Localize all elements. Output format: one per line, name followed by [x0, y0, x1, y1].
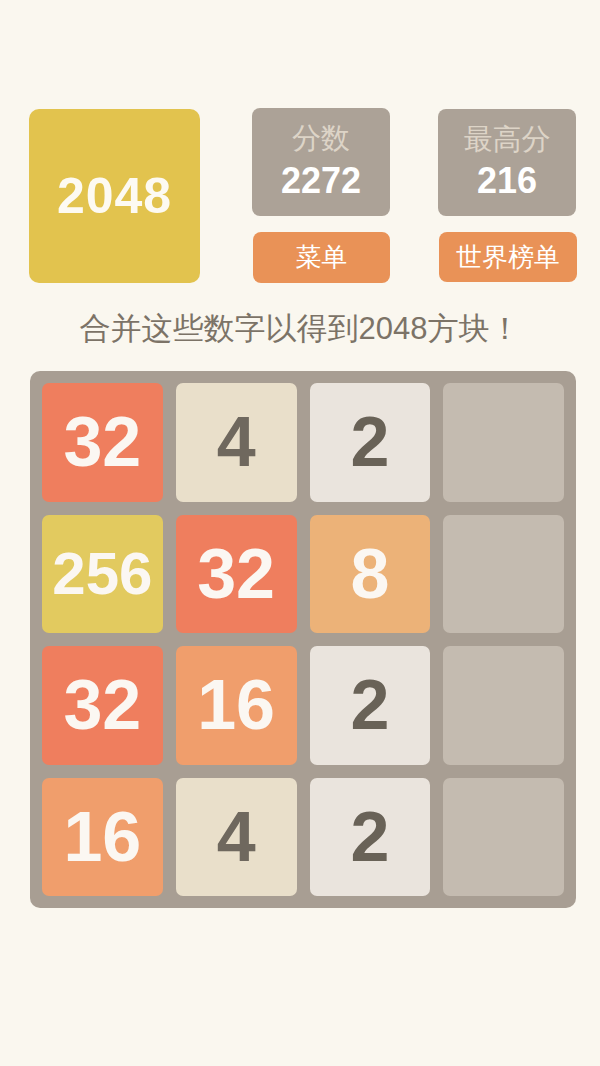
best-score-box: 最高分 216 [438, 109, 576, 216]
score-box: 分数 2272 [252, 108, 390, 216]
tile-16: 16 [176, 646, 297, 765]
tile-8: 8 [310, 515, 431, 634]
tile-2: 2 [310, 383, 431, 502]
empty-cell [443, 515, 564, 634]
empty-cell [443, 778, 564, 897]
best-score-value: 216 [477, 159, 537, 202]
tile-16: 16 [42, 778, 163, 897]
tile-32: 32 [176, 515, 297, 634]
game-board[interactable]: 3242256328321621642 [30, 371, 576, 908]
score-value: 2272 [281, 159, 361, 202]
tile-2: 2 [310, 778, 431, 897]
leaderboard-button[interactable]: 世界榜单 [439, 232, 577, 282]
tile-32: 32 [42, 383, 163, 502]
instruction-text: 合并这些数字以得到2048方块！ [0, 308, 600, 350]
tile-4: 4 [176, 778, 297, 897]
tile-2: 2 [310, 646, 431, 765]
logo-tile-2048: 2048 [29, 109, 200, 283]
score-label: 分数 [292, 122, 350, 155]
empty-cell [443, 646, 564, 765]
tile-4: 4 [176, 383, 297, 502]
menu-button[interactable]: 菜单 [253, 232, 390, 283]
tile-32: 32 [42, 646, 163, 765]
best-score-label: 最高分 [464, 123, 551, 156]
tile-256: 256 [42, 515, 163, 634]
empty-cell [443, 383, 564, 502]
